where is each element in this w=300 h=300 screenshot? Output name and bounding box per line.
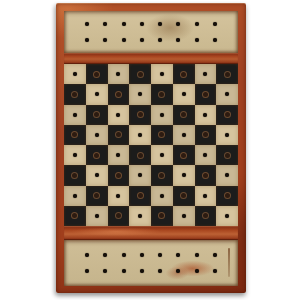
peg-hole	[160, 194, 164, 198]
board-square-e8	[151, 64, 173, 84]
peg-hole	[203, 194, 207, 198]
peg-hole	[73, 153, 77, 157]
peg-hole	[95, 173, 99, 177]
peg-hole	[159, 173, 164, 178]
peg-hole	[160, 113, 164, 117]
board-square-a3	[64, 165, 86, 185]
wood-divider-bottom	[64, 226, 238, 240]
board-square-c4	[108, 145, 130, 165]
board-square-b4	[86, 145, 108, 165]
board-square-g7	[195, 84, 217, 104]
tray-hole-row	[71, 251, 231, 259]
board-square-h5	[216, 125, 238, 145]
peg-hole	[213, 38, 217, 42]
peg-hole	[203, 113, 207, 117]
board-square-h3	[216, 165, 238, 185]
board-square-e3	[151, 165, 173, 185]
peg-hole	[85, 22, 89, 26]
board-square-f5	[173, 125, 195, 145]
peg-hole	[182, 92, 186, 96]
board-square-a4	[64, 145, 86, 165]
peg-hole	[95, 92, 99, 96]
peg-hole	[140, 269, 144, 273]
board-square-f3	[173, 165, 195, 185]
peg-hole	[158, 253, 162, 257]
peg-hole	[72, 173, 77, 178]
peg-hole	[122, 38, 126, 42]
checkerboard	[64, 64, 238, 226]
board-square-a1	[64, 206, 86, 226]
peg-hole	[122, 253, 126, 257]
board-square-f8	[173, 64, 195, 84]
peg-hole	[122, 269, 126, 273]
peg-hole	[158, 38, 162, 42]
peg-hole	[203, 92, 208, 97]
peg-hole	[73, 113, 77, 117]
peg-hole	[225, 214, 229, 218]
board-square-d6	[129, 105, 151, 125]
board-square-f4	[173, 145, 195, 165]
peg-hole	[95, 133, 99, 137]
board-square-h8	[216, 64, 238, 84]
tray-hole-row	[71, 20, 231, 28]
peg-hole	[159, 213, 164, 218]
board-square-d7	[129, 84, 151, 104]
board-square-a6	[64, 105, 86, 125]
peg-hole	[73, 194, 77, 198]
peg-hole	[213, 269, 217, 273]
peg-hole	[116, 194, 120, 198]
peg-hole	[158, 22, 162, 26]
peg-hole	[159, 92, 164, 97]
peg-hole	[140, 22, 144, 26]
board-square-g1	[195, 206, 217, 226]
peg-hole	[116, 113, 120, 117]
board-square-c6	[108, 105, 130, 125]
peg-hole	[159, 132, 164, 137]
peg-tray-top	[64, 11, 238, 53]
peg-hole	[94, 72, 99, 77]
peg-hole	[203, 173, 208, 178]
peg-hole	[138, 72, 143, 77]
peg-hole	[85, 253, 89, 257]
peg-hole	[176, 269, 180, 273]
peg-hole	[176, 253, 180, 257]
board-square-g2	[195, 186, 217, 206]
peg-hole	[72, 132, 77, 137]
peg-hole	[116, 173, 121, 178]
peg-hole	[73, 72, 77, 76]
board-square-c8	[108, 64, 130, 84]
peg-hole	[181, 112, 186, 117]
board-square-f6	[173, 105, 195, 125]
peg-hole	[195, 22, 199, 26]
board-square-d3	[129, 165, 151, 185]
peg-hole	[138, 173, 142, 177]
board-square-b7	[86, 84, 108, 104]
board-square-f1	[173, 206, 195, 226]
board-square-d5	[129, 125, 151, 145]
wood-divider-top	[64, 53, 238, 64]
board-square-e1	[151, 206, 173, 226]
peg-hole	[94, 112, 99, 117]
peg-hole	[140, 38, 144, 42]
peg-hole	[203, 72, 207, 76]
peg-hole	[195, 253, 199, 257]
board-square-d4	[129, 145, 151, 165]
board-square-a7	[64, 84, 86, 104]
board-square-e7	[151, 84, 173, 104]
board-square-c3	[108, 165, 130, 185]
peg-hole	[140, 253, 144, 257]
board-square-d2	[129, 186, 151, 206]
board-square-h7	[216, 84, 238, 104]
peg-hole	[203, 213, 208, 218]
board-square-b3	[86, 165, 108, 185]
peg-hole	[225, 92, 229, 96]
board-square-g4	[195, 145, 217, 165]
peg-hole	[85, 269, 89, 273]
peg-hole	[138, 133, 142, 137]
board-square-b8	[86, 64, 108, 84]
peg-hole	[138, 112, 143, 117]
peg-hole	[181, 193, 186, 198]
board-square-h4	[216, 145, 238, 165]
board-square-g5	[195, 125, 217, 145]
peg-hole	[225, 193, 230, 198]
peg-hole	[138, 193, 143, 198]
board-square-e6	[151, 105, 173, 125]
travel-peg-board	[56, 3, 246, 293]
peg-hole	[182, 133, 186, 137]
peg-hole	[225, 133, 229, 137]
peg-hole	[176, 22, 180, 26]
peg-hole	[158, 269, 162, 273]
peg-hole	[181, 72, 186, 77]
board-square-c2	[108, 186, 130, 206]
board-square-e5	[151, 125, 173, 145]
board-square-h2	[216, 186, 238, 206]
peg-hole	[182, 214, 186, 218]
board-square-a2	[64, 186, 86, 206]
board-square-e2	[151, 186, 173, 206]
peg-hole	[213, 253, 217, 257]
board-square-d1	[129, 206, 151, 226]
peg-hole	[213, 22, 217, 26]
peg-hole	[160, 72, 164, 76]
board-square-g6	[195, 105, 217, 125]
peg-hole	[72, 92, 77, 97]
peg-hole	[181, 153, 186, 158]
peg-hole	[95, 214, 99, 218]
board-square-e4	[151, 145, 173, 165]
peg-hole	[195, 269, 199, 273]
board-square-a5	[64, 125, 86, 145]
peg-hole	[103, 38, 107, 42]
peg-hole	[138, 153, 143, 158]
peg-hole	[103, 269, 107, 273]
peg-hole	[225, 173, 229, 177]
board-square-f7	[173, 84, 195, 104]
peg-hole	[225, 112, 230, 117]
peg-hole	[203, 153, 207, 157]
peg-hole	[116, 132, 121, 137]
board-square-b5	[86, 125, 108, 145]
tray-hole-row	[71, 267, 231, 275]
peg-hole	[195, 38, 199, 42]
board-square-d8	[129, 64, 151, 84]
peg-hole	[203, 132, 208, 137]
board-square-g3	[195, 165, 217, 185]
board-square-b2	[86, 186, 108, 206]
peg-hole	[116, 72, 120, 76]
peg-tray-bottom	[64, 240, 238, 286]
peg-hole	[116, 92, 121, 97]
peg-hole	[160, 153, 164, 157]
peg-hole	[116, 213, 121, 218]
board-square-b1	[86, 206, 108, 226]
peg-hole	[138, 214, 142, 218]
peg-hole	[103, 253, 107, 257]
board-square-h1	[216, 206, 238, 226]
peg-hole	[103, 22, 107, 26]
peg-hole	[85, 38, 89, 42]
peg-hole	[182, 173, 186, 177]
peg-hole	[94, 193, 99, 198]
board-square-c5	[108, 125, 130, 145]
peg-hole	[225, 72, 230, 77]
board-square-b6	[86, 105, 108, 125]
peg-hole	[94, 153, 99, 158]
board-square-g8	[195, 64, 217, 84]
photo-canvas	[0, 0, 300, 300]
tray-hole-row	[71, 36, 231, 44]
board-square-c1	[108, 206, 130, 226]
wood-crack	[228, 248, 230, 277]
board-square-a8	[64, 64, 86, 84]
peg-hole	[225, 153, 230, 158]
peg-hole	[176, 38, 180, 42]
peg-hole	[138, 92, 142, 96]
peg-hole	[122, 22, 126, 26]
board-square-f2	[173, 186, 195, 206]
peg-hole	[72, 213, 77, 218]
board-square-h6	[216, 105, 238, 125]
peg-hole	[116, 153, 120, 157]
board-square-c7	[108, 84, 130, 104]
